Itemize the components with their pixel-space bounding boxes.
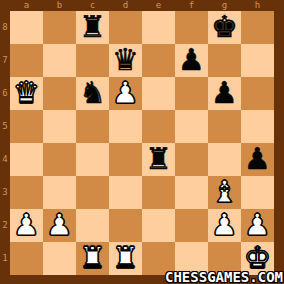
square-f4[interactable] (175, 143, 208, 176)
square-a1[interactable] (10, 242, 43, 275)
square-h6[interactable] (241, 77, 274, 110)
file-label-e: e (142, 0, 175, 11)
square-a6[interactable]: ♛ (10, 77, 43, 110)
square-d1[interactable]: ♜ (109, 242, 142, 275)
square-b7[interactable] (43, 44, 76, 77)
square-c5[interactable] (76, 110, 109, 143)
square-b8[interactable] (43, 11, 76, 44)
square-c4[interactable] (76, 143, 109, 176)
file-label-h: h (241, 0, 274, 11)
square-b1[interactable] (43, 242, 76, 275)
rank-label-3: 3 (0, 176, 10, 209)
square-d3[interactable] (109, 176, 142, 209)
rank-label-1: 1 (0, 242, 10, 275)
black-rook-piece[interactable]: ♜ (76, 11, 109, 44)
black-king-piece[interactable]: ♚ (208, 11, 241, 44)
white-queen-piece[interactable]: ♛ (10, 77, 43, 110)
square-f2[interactable] (175, 209, 208, 242)
black-knight-piece[interactable]: ♞ (76, 77, 109, 110)
square-g3[interactable]: ♝ (208, 176, 241, 209)
file-label-a: a (10, 0, 43, 11)
square-h8[interactable] (241, 11, 274, 44)
white-rook-piece[interactable]: ♜ (109, 242, 142, 275)
square-c8[interactable]: ♜ (76, 11, 109, 44)
square-d7[interactable]: ♛ (109, 44, 142, 77)
chessgames-watermark: CHESSGAMES.COM (165, 271, 283, 284)
white-bishop-piece[interactable]: ♝ (208, 176, 241, 209)
file-label-b: b (43, 0, 76, 11)
rank-label-5: 5 (0, 110, 10, 143)
rank-label-2: 2 (0, 209, 10, 242)
square-b3[interactable] (43, 176, 76, 209)
chess-diagram: abcdefgh 87654321 ♜♚♛♟♛♞♟♟♜♟♝♟♟♟♟♜♜♚ CHE… (0, 0, 284, 284)
square-h7[interactable] (241, 44, 274, 77)
square-g8[interactable]: ♚ (208, 11, 241, 44)
square-a3[interactable] (10, 176, 43, 209)
white-pawn-piece[interactable]: ♟ (10, 209, 43, 242)
black-queen-piece[interactable]: ♛ (109, 44, 142, 77)
square-b4[interactable] (43, 143, 76, 176)
rank-labels: 87654321 (0, 11, 10, 275)
square-b2[interactable]: ♟ (43, 209, 76, 242)
square-a2[interactable]: ♟ (10, 209, 43, 242)
square-g2[interactable]: ♟ (208, 209, 241, 242)
square-e7[interactable] (142, 44, 175, 77)
rank-label-4: 4 (0, 143, 10, 176)
square-e2[interactable] (142, 209, 175, 242)
square-d8[interactable] (109, 11, 142, 44)
square-g7[interactable] (208, 44, 241, 77)
square-e4[interactable]: ♜ (142, 143, 175, 176)
file-label-d: d (109, 0, 142, 11)
rank-label-7: 7 (0, 44, 10, 77)
square-e6[interactable] (142, 77, 175, 110)
square-d2[interactable] (109, 209, 142, 242)
square-a7[interactable] (10, 44, 43, 77)
square-g6[interactable]: ♟ (208, 77, 241, 110)
square-b6[interactable] (43, 77, 76, 110)
square-c6[interactable]: ♞ (76, 77, 109, 110)
white-rook-piece[interactable]: ♜ (76, 242, 109, 275)
file-label-f: f (175, 0, 208, 11)
square-a5[interactable] (10, 110, 43, 143)
square-h3[interactable] (241, 176, 274, 209)
white-pawn-piece[interactable]: ♟ (43, 209, 76, 242)
rank-label-8: 8 (0, 11, 10, 44)
square-f5[interactable] (175, 110, 208, 143)
square-e5[interactable] (142, 110, 175, 143)
square-h5[interactable] (241, 110, 274, 143)
black-rook-piece[interactable]: ♜ (142, 143, 175, 176)
square-f7[interactable]: ♟ (175, 44, 208, 77)
square-d6[interactable]: ♟ (109, 77, 142, 110)
chess-board: ♜♚♛♟♛♞♟♟♜♟♝♟♟♟♟♜♜♚ (10, 11, 274, 275)
square-a8[interactable] (10, 11, 43, 44)
white-pawn-piece[interactable]: ♟ (208, 209, 241, 242)
square-b5[interactable] (43, 110, 76, 143)
square-c2[interactable] (76, 209, 109, 242)
square-h4[interactable]: ♟ (241, 143, 274, 176)
black-pawn-piece[interactable]: ♟ (175, 44, 208, 77)
square-c1[interactable]: ♜ (76, 242, 109, 275)
square-d5[interactable] (109, 110, 142, 143)
square-g4[interactable] (208, 143, 241, 176)
square-e3[interactable] (142, 176, 175, 209)
rank-label-6: 6 (0, 77, 10, 110)
white-pawn-piece[interactable]: ♟ (109, 77, 142, 110)
square-c3[interactable] (76, 176, 109, 209)
square-g5[interactable] (208, 110, 241, 143)
square-e8[interactable] (142, 11, 175, 44)
square-a4[interactable] (10, 143, 43, 176)
square-f8[interactable] (175, 11, 208, 44)
black-pawn-piece[interactable]: ♟ (241, 143, 274, 176)
black-pawn-piece[interactable]: ♟ (208, 77, 241, 110)
square-h2[interactable]: ♟ (241, 209, 274, 242)
square-f3[interactable] (175, 176, 208, 209)
square-d4[interactable] (109, 143, 142, 176)
square-c7[interactable] (76, 44, 109, 77)
white-pawn-piece[interactable]: ♟ (241, 209, 274, 242)
square-f6[interactable] (175, 77, 208, 110)
